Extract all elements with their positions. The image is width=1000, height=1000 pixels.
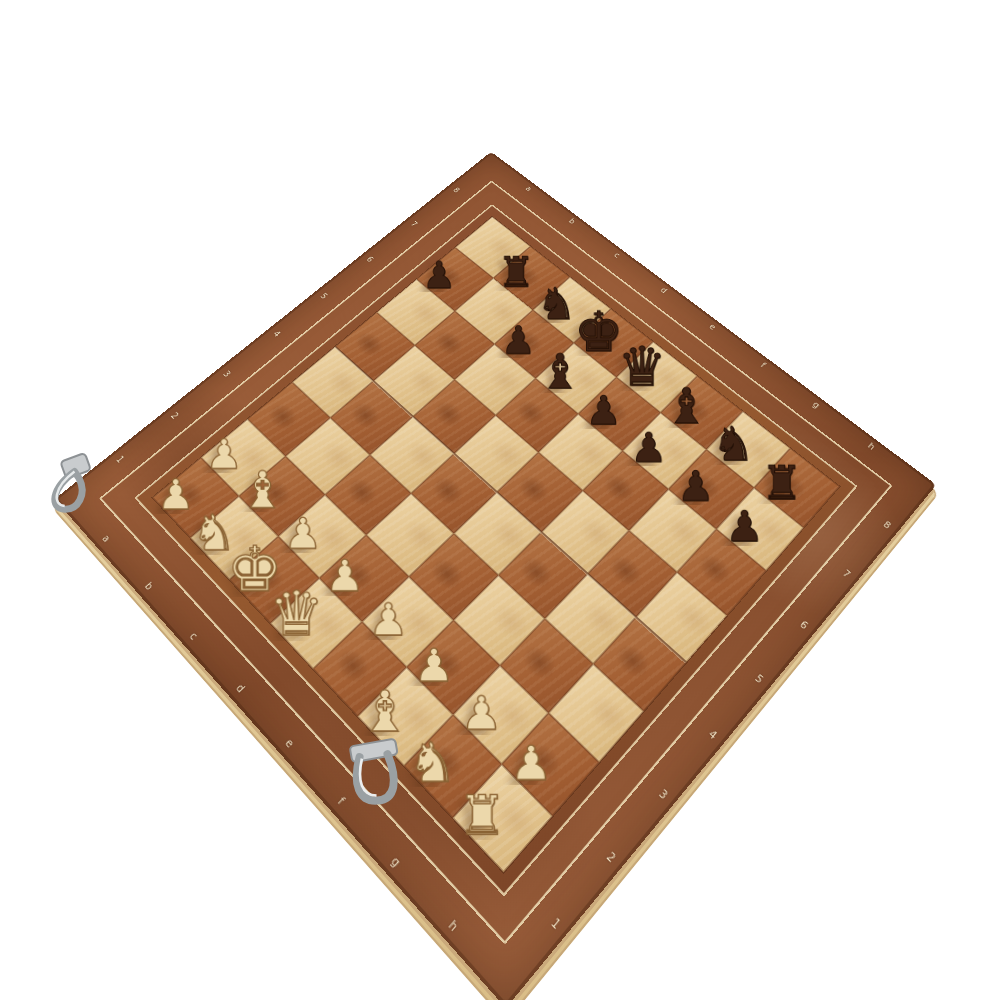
board-3d-stage: abcdefgh abcdefgh 87654321 87654321 ♜♞♚♛… [0,0,1000,1000]
black-pawn-e7[interactable]: ♟ [574,392,633,430]
white-queen-d1[interactable]: ♛ [264,585,329,643]
black-rook-h8[interactable]: ♜ [751,462,812,506]
white-rook-h1[interactable]: ♜ [447,790,518,841]
black-pawn-g7[interactable]: ♟ [665,467,726,507]
frame-pinstripe-outer: ♜♞♚♛♝♞♜♟♟♝♟♟♟♟♟♝♟♟♟♟♟♟♟♞♚♛♝♞♜ [99,181,893,945]
white-pawn-g2[interactable]: ♟ [447,692,515,736]
white-pawn-e2[interactable]: ♟ [356,600,421,642]
board-grid: ♜♞♚♛♝♞♜♟♟♝♟♟♟♟♟♝♟♟♟♟♟♟♟♞♚♛♝♞♜ [151,216,840,874]
metal-clasp-bottom[interactable] [322,728,432,818]
board-frame: abcdefgh abcdefgh 87654321 87654321 ♜♞♚♛… [54,152,936,1000]
frame-pinstripe-inner: ♜♞♚♛♝♞♜♟♟♝♟♟♟♟♟♝♟♟♟♟♟♟♟♞♚♛♝♞♜ [134,204,857,896]
product-photo-scene: abcdefgh abcdefgh 87654321 87654321 ♜♞♚♛… [0,0,1000,1000]
white-bishop-b2[interactable]: ♝ [232,466,293,515]
white-pawn-h2[interactable]: ♟ [496,742,566,787]
metal-clasp-left[interactable] [14,436,114,520]
chess-board: abcdefgh abcdefgh 87654321 87654321 ♜♞♚♛… [54,152,936,1000]
square-a5[interactable] [335,312,415,381]
black-knight-g8[interactable]: ♞ [703,422,763,467]
black-pawn-f7[interactable]: ♟ [619,429,679,468]
black-pawn-h7[interactable]: ♟ [713,507,775,547]
black-bishop-d7[interactable]: ♝ [531,349,589,395]
black-pawn-a7[interactable]: ♟ [412,258,467,293]
